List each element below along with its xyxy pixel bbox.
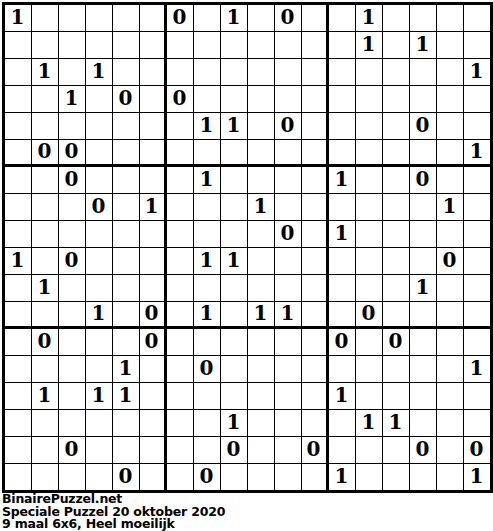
cell-r7c4[interactable] <box>86 167 112 193</box>
cell-r12c17[interactable] <box>437 302 463 328</box>
cell-r13c3[interactable] <box>59 329 85 355</box>
cell-r11c11[interactable] <box>275 275 301 301</box>
cell-r8c6-given-1: 1 <box>140 194 166 220</box>
cell-r6c6[interactable] <box>140 140 166 166</box>
cell-r14c13[interactable] <box>329 356 355 382</box>
cell-r11c7[interactable] <box>167 275 193 301</box>
cell-r2c4[interactable] <box>86 32 112 58</box>
cell-r16c2[interactable] <box>32 410 58 436</box>
cell-r11c12[interactable] <box>302 275 328 301</box>
cell-r16c8[interactable] <box>194 410 220 436</box>
cell-r7c1[interactable] <box>5 167 31 193</box>
cell-r7c2[interactable] <box>32 167 58 193</box>
cell-r8c10-given-1: 1 <box>248 194 274 220</box>
cell-r4c12[interactable] <box>302 86 328 112</box>
cell-r12c5[interactable] <box>113 302 139 328</box>
cell-r11c10[interactable] <box>248 275 274 301</box>
cell-r1c16[interactable] <box>410 5 436 31</box>
cell-r15c16[interactable] <box>410 383 436 409</box>
cell-r12c15[interactable] <box>383 302 409 328</box>
cell-r18c9[interactable] <box>221 464 247 490</box>
cell-r5c14[interactable] <box>356 113 382 139</box>
cell-r12c4-given-1: 1 <box>86 302 112 328</box>
cell-r8c7[interactable] <box>167 194 193 220</box>
cell-r5c16-given-0: 0 <box>410 113 436 139</box>
cell-r3c14[interactable] <box>356 59 382 85</box>
cell-r17c15[interactable] <box>383 437 409 463</box>
cell-r9c6[interactable] <box>140 221 166 247</box>
cell-r15c10[interactable] <box>248 383 274 409</box>
cell-r15c17[interactable] <box>437 383 463 409</box>
cell-r3c17[interactable] <box>437 59 463 85</box>
cell-r1c3[interactable] <box>59 5 85 31</box>
cell-r17c14[interactable] <box>356 437 382 463</box>
cell-r9c11-given-0: 0 <box>275 221 301 247</box>
cell-r15c2-given-1: 1 <box>32 383 58 409</box>
cell-r16c4[interactable] <box>86 410 112 436</box>
cell-r17c2[interactable] <box>32 437 58 463</box>
cell-r1c12[interactable] <box>302 5 328 31</box>
cell-r3c12[interactable] <box>302 59 328 85</box>
cell-r12c1[interactable] <box>5 302 31 328</box>
cell-r15c1[interactable] <box>5 383 31 409</box>
cell-r1c15[interactable] <box>383 5 409 31</box>
cell-r8c2[interactable] <box>32 194 58 220</box>
cell-r11c15[interactable] <box>383 275 409 301</box>
cell-r14c4[interactable] <box>86 356 112 382</box>
cell-r14c3[interactable] <box>59 356 85 382</box>
cell-r10c9-given-1: 1 <box>221 248 247 274</box>
cell-r12c12[interactable] <box>302 302 328 328</box>
cell-r7c15[interactable] <box>383 167 409 193</box>
cell-r13c1[interactable] <box>5 329 31 355</box>
cell-r15c5-given-1: 1 <box>113 383 139 409</box>
cell-r5c17[interactable] <box>437 113 463 139</box>
cell-r18c14[interactable] <box>356 464 382 490</box>
cell-r2c11[interactable] <box>275 32 301 58</box>
cell-r2c14-given-1: 1 <box>356 32 382 58</box>
cell-r17c13[interactable] <box>329 437 355 463</box>
cell-r3c7[interactable] <box>167 59 193 85</box>
cell-r2c2[interactable] <box>32 32 58 58</box>
cell-r14c17[interactable] <box>437 356 463 382</box>
cell-r12c9[interactable] <box>221 302 247 328</box>
cell-r1c1-given-1: 1 <box>5 5 31 31</box>
cell-r2c3[interactable] <box>59 32 85 58</box>
cell-r18c10[interactable] <box>248 464 274 490</box>
cell-r7c6[interactable] <box>140 167 166 193</box>
cell-r14c6[interactable] <box>140 356 166 382</box>
cell-r12c18[interactable] <box>464 302 490 328</box>
cell-r17c5[interactable] <box>113 437 139 463</box>
cell-r6c9[interactable] <box>221 140 247 166</box>
cell-r4c9[interactable] <box>221 86 247 112</box>
cell-r17c10[interactable] <box>248 437 274 463</box>
cell-r15c14[interactable] <box>356 383 382 409</box>
cell-r5c3[interactable] <box>59 113 85 139</box>
cell-r8c17-given-1: 1 <box>437 194 463 220</box>
cell-r6c1[interactable] <box>5 140 31 166</box>
cell-r8c1[interactable] <box>5 194 31 220</box>
cell-r11c17[interactable] <box>437 275 463 301</box>
cell-r9c13-given-1: 1 <box>329 221 355 247</box>
cell-r15c18[interactable] <box>464 383 490 409</box>
cell-r16c11[interactable] <box>275 410 301 436</box>
cell-r15c13-given-1: 1 <box>329 383 355 409</box>
cell-r18c1[interactable] <box>5 464 31 490</box>
cell-r13c14[interactable] <box>356 329 382 355</box>
cell-r2c15[interactable] <box>383 32 409 58</box>
cell-r15c11[interactable] <box>275 383 301 409</box>
cell-r4c13[interactable] <box>329 86 355 112</box>
cell-r3c1[interactable] <box>5 59 31 85</box>
cell-r4c7-given-0: 0 <box>167 86 193 112</box>
cell-r17c3-given-0: 0 <box>59 437 85 463</box>
cell-r2c8[interactable] <box>194 32 220 58</box>
cell-r3c4-given-1: 1 <box>86 59 112 85</box>
cell-r6c12[interactable] <box>302 140 328 166</box>
cell-r10c5[interactable] <box>113 248 139 274</box>
cell-r5c6[interactable] <box>140 113 166 139</box>
cell-r17c9-given-0: 0 <box>221 437 247 463</box>
cell-r9c12[interactable] <box>302 221 328 247</box>
cell-r11c18[interactable] <box>464 275 490 301</box>
cell-r10c3-given-0: 0 <box>59 248 85 274</box>
cell-r17c8[interactable] <box>194 437 220 463</box>
cell-r13c7[interactable] <box>167 329 193 355</box>
cell-r9c10[interactable] <box>248 221 274 247</box>
cell-r4c5-given-0: 0 <box>113 86 139 112</box>
cell-r9c1[interactable] <box>5 221 31 247</box>
cell-r18c4[interactable] <box>86 464 112 490</box>
cell-r12c2[interactable] <box>32 302 58 328</box>
cell-r18c17[interactable] <box>437 464 463 490</box>
cell-r9c8[interactable] <box>194 221 220 247</box>
cell-r2c1[interactable] <box>5 32 31 58</box>
cell-r5c15[interactable] <box>383 113 409 139</box>
cell-r13c17[interactable] <box>437 329 463 355</box>
cell-r13c11[interactable] <box>275 329 301 355</box>
cell-r1c8[interactable] <box>194 5 220 31</box>
cell-r4c16[interactable] <box>410 86 436 112</box>
cell-r5c5[interactable] <box>113 113 139 139</box>
cell-r14c12[interactable] <box>302 356 328 382</box>
cell-r2c10[interactable] <box>248 32 274 58</box>
cell-r5c2[interactable] <box>32 113 58 139</box>
cell-r3c11[interactable] <box>275 59 301 85</box>
cell-r14c15[interactable] <box>383 356 409 382</box>
puzzle-page: 1010111111100110000101100111011011011101… <box>0 0 493 531</box>
cell-r2c13[interactable] <box>329 32 355 58</box>
puzzle-board: 1010111111100110000101100111011011011101… <box>2 2 493 493</box>
cell-r8c8[interactable] <box>194 194 220 220</box>
cell-r18c12[interactable] <box>302 464 328 490</box>
cell-r3c8[interactable] <box>194 59 220 85</box>
cell-r15c8[interactable] <box>194 383 220 409</box>
cell-r17c18-given-0: 0 <box>464 437 490 463</box>
cell-r3c13[interactable] <box>329 59 355 85</box>
cell-r7c17[interactable] <box>437 167 463 193</box>
cell-r12c10-given-1: 1 <box>248 302 274 328</box>
cell-r3c6[interactable] <box>140 59 166 85</box>
cell-r18c15[interactable] <box>383 464 409 490</box>
cell-r2c16-given-1: 1 <box>410 32 436 58</box>
cell-r8c15[interactable] <box>383 194 409 220</box>
cell-r9c15[interactable] <box>383 221 409 247</box>
cell-r6c14[interactable] <box>356 140 382 166</box>
cell-r3c3[interactable] <box>59 59 85 85</box>
cell-r8c9[interactable] <box>221 194 247 220</box>
cell-r8c13[interactable] <box>329 194 355 220</box>
cell-r4c14[interactable] <box>356 86 382 112</box>
cell-r6c4[interactable] <box>86 140 112 166</box>
cell-r6c16[interactable] <box>410 140 436 166</box>
cell-r4c3-given-1: 1 <box>59 86 85 112</box>
cell-r7c12[interactable] <box>302 167 328 193</box>
cell-r11c3[interactable] <box>59 275 85 301</box>
cell-r11c9[interactable] <box>221 275 247 301</box>
cell-r7c5[interactable] <box>113 167 139 193</box>
cell-r6c17[interactable] <box>437 140 463 166</box>
cell-r16c3[interactable] <box>59 410 85 436</box>
cell-r12c6-given-0: 0 <box>140 302 166 328</box>
cell-r1c18[interactable] <box>464 5 490 31</box>
cell-r15c3[interactable] <box>59 383 85 409</box>
cell-r9c9[interactable] <box>221 221 247 247</box>
cell-r16c13[interactable] <box>329 410 355 436</box>
cell-r18c7[interactable] <box>167 464 193 490</box>
cell-r7c10[interactable] <box>248 167 274 193</box>
cell-r16c7[interactable] <box>167 410 193 436</box>
cell-r16c6[interactable] <box>140 410 166 436</box>
cell-r4c1[interactable] <box>5 86 31 112</box>
cell-r16c16[interactable] <box>410 410 436 436</box>
cell-r18c16[interactable] <box>410 464 436 490</box>
cell-r10c12[interactable] <box>302 248 328 274</box>
cell-r6c11[interactable] <box>275 140 301 166</box>
cell-r6c3-given-0: 0 <box>59 140 85 166</box>
cell-r17c7[interactable] <box>167 437 193 463</box>
cell-r5c18[interactable] <box>464 113 490 139</box>
cell-r12c3[interactable] <box>59 302 85 328</box>
cell-r4c6[interactable] <box>140 86 166 112</box>
cell-r9c3[interactable] <box>59 221 85 247</box>
cell-r5c13[interactable] <box>329 113 355 139</box>
cell-r1c10[interactable] <box>248 5 274 31</box>
cell-r17c4[interactable] <box>86 437 112 463</box>
cell-r5c8-given-1: 1 <box>194 113 220 139</box>
cell-r14c1[interactable] <box>5 356 31 382</box>
cell-r12c8-given-1: 1 <box>194 302 220 328</box>
cell-r13c5[interactable] <box>113 329 139 355</box>
cell-r11c4[interactable] <box>86 275 112 301</box>
cell-r14c11[interactable] <box>275 356 301 382</box>
cell-r2c5[interactable] <box>113 32 139 58</box>
cell-r6c18-given-1: 1 <box>464 140 490 166</box>
cell-r11c16-given-1: 1 <box>410 275 436 301</box>
cell-r1c2[interactable] <box>32 5 58 31</box>
cell-r11c1[interactable] <box>5 275 31 301</box>
cell-r9c5[interactable] <box>113 221 139 247</box>
cell-r7c11[interactable] <box>275 167 301 193</box>
cell-r15c6[interactable] <box>140 383 166 409</box>
cell-r8c12[interactable] <box>302 194 328 220</box>
cell-r4c10[interactable] <box>248 86 274 112</box>
cell-r1c13[interactable] <box>329 5 355 31</box>
cell-r10c10[interactable] <box>248 248 274 274</box>
cell-r4c11[interactable] <box>275 86 301 112</box>
cell-r3c10[interactable] <box>248 59 274 85</box>
cell-r16c18[interactable] <box>464 410 490 436</box>
cell-r15c12[interactable] <box>302 383 328 409</box>
cell-r6c10[interactable] <box>248 140 274 166</box>
cell-r9c14[interactable] <box>356 221 382 247</box>
cell-r10c13[interactable] <box>329 248 355 274</box>
cell-r11c6[interactable] <box>140 275 166 301</box>
cell-r2c17[interactable] <box>437 32 463 58</box>
cell-r18c8-given-0: 0 <box>194 464 220 490</box>
cell-r8c3[interactable] <box>59 194 85 220</box>
cell-r11c13[interactable] <box>329 275 355 301</box>
cell-r11c8[interactable] <box>194 275 220 301</box>
cell-r2c12[interactable] <box>302 32 328 58</box>
cell-r5c12[interactable] <box>302 113 328 139</box>
cell-r18c18-given-1: 1 <box>464 464 490 490</box>
cell-r13c4[interactable] <box>86 329 112 355</box>
cell-r18c11[interactable] <box>275 464 301 490</box>
cell-r18c3[interactable] <box>59 464 85 490</box>
cell-r4c4[interactable] <box>86 86 112 112</box>
cell-r2c6[interactable] <box>140 32 166 58</box>
cell-r14c5-given-1: 1 <box>113 356 139 382</box>
cell-r2c9[interactable] <box>221 32 247 58</box>
cell-r13c2-given-0: 0 <box>32 329 58 355</box>
cell-r14c16[interactable] <box>410 356 436 382</box>
cell-r8c18[interactable] <box>464 194 490 220</box>
cell-r15c15[interactable] <box>383 383 409 409</box>
cell-r18c5-given-0: 0 <box>113 464 139 490</box>
cell-r10c6[interactable] <box>140 248 166 274</box>
cell-r10c15[interactable] <box>383 248 409 274</box>
cell-r8c14[interactable] <box>356 194 382 220</box>
cell-r6c15[interactable] <box>383 140 409 166</box>
cell-r9c2[interactable] <box>32 221 58 247</box>
cell-r16c12[interactable] <box>302 410 328 436</box>
cell-r7c18[interactable] <box>464 167 490 193</box>
cell-r9c18[interactable] <box>464 221 490 247</box>
cell-r8c16[interactable] <box>410 194 436 220</box>
cell-r11c2-given-1: 1 <box>32 275 58 301</box>
cell-r16c10[interactable] <box>248 410 274 436</box>
cell-r14c10[interactable] <box>248 356 274 382</box>
cell-r18c6[interactable] <box>140 464 166 490</box>
cell-r5c1[interactable] <box>5 113 31 139</box>
cell-r1c4[interactable] <box>86 5 112 31</box>
cell-r11c14[interactable] <box>356 275 382 301</box>
cell-r3c15[interactable] <box>383 59 409 85</box>
cell-r9c7[interactable] <box>167 221 193 247</box>
cell-r9c16[interactable] <box>410 221 436 247</box>
cell-r3c9[interactable] <box>221 59 247 85</box>
cell-r10c14[interactable] <box>356 248 382 274</box>
cell-r6c7[interactable] <box>167 140 193 166</box>
cell-r1c17[interactable] <box>437 5 463 31</box>
cell-r13c9[interactable] <box>221 329 247 355</box>
cell-r13c16[interactable] <box>410 329 436 355</box>
cell-r17c6[interactable] <box>140 437 166 463</box>
cell-r4c15[interactable] <box>383 86 409 112</box>
cell-r2c18[interactable] <box>464 32 490 58</box>
cell-r12c11-given-1: 1 <box>275 302 301 328</box>
cell-r5c7[interactable] <box>167 113 193 139</box>
cell-r13c12[interactable] <box>302 329 328 355</box>
cell-r4c17[interactable] <box>437 86 463 112</box>
cell-r7c14[interactable] <box>356 167 382 193</box>
cell-r3c16[interactable] <box>410 59 436 85</box>
cell-r10c11[interactable] <box>275 248 301 274</box>
cell-r10c18[interactable] <box>464 248 490 274</box>
cell-r5c4[interactable] <box>86 113 112 139</box>
cell-r17c11[interactable] <box>275 437 301 463</box>
cell-r16c1[interactable] <box>5 410 31 436</box>
cell-r10c2[interactable] <box>32 248 58 274</box>
cell-r5c9-given-1: 1 <box>221 113 247 139</box>
cell-r16c5[interactable] <box>113 410 139 436</box>
cell-r1c6[interactable] <box>140 5 166 31</box>
cell-r14c9[interactable] <box>221 356 247 382</box>
cell-r13c13-given-0: 0 <box>329 329 355 355</box>
cell-r3c2-given-1: 1 <box>32 59 58 85</box>
cell-r13c8[interactable] <box>194 329 220 355</box>
cell-r4c18[interactable] <box>464 86 490 112</box>
cell-r6c13[interactable] <box>329 140 355 166</box>
cell-r14c7[interactable] <box>167 356 193 382</box>
cell-r15c7[interactable] <box>167 383 193 409</box>
cell-r9c4[interactable] <box>86 221 112 247</box>
cell-r6c2-given-0: 0 <box>32 140 58 166</box>
cell-r10c16[interactable] <box>410 248 436 274</box>
cell-r6c5[interactable] <box>113 140 139 166</box>
cell-r17c17[interactable] <box>437 437 463 463</box>
cell-r15c9[interactable] <box>221 383 247 409</box>
cell-r12c13[interactable] <box>329 302 355 328</box>
cell-r4c2[interactable] <box>32 86 58 112</box>
cell-r7c9[interactable] <box>221 167 247 193</box>
cell-r12c7[interactable] <box>167 302 193 328</box>
cell-r10c4[interactable] <box>86 248 112 274</box>
cell-r6c8[interactable] <box>194 140 220 166</box>
cell-r3c5[interactable] <box>113 59 139 85</box>
cell-r14c14[interactable] <box>356 356 382 382</box>
cell-r1c5[interactable] <box>113 5 139 31</box>
cell-r13c10[interactable] <box>248 329 274 355</box>
cell-r7c7[interactable] <box>167 167 193 193</box>
cell-r8c11[interactable] <box>275 194 301 220</box>
cell-r17c1[interactable] <box>5 437 31 463</box>
cell-r14c2[interactable] <box>32 356 58 382</box>
cell-r18c2[interactable] <box>32 464 58 490</box>
cell-r4c8[interactable] <box>194 86 220 112</box>
cell-r11c5[interactable] <box>113 275 139 301</box>
cell-r13c18[interactable] <box>464 329 490 355</box>
cell-r10c7[interactable] <box>167 248 193 274</box>
cell-r8c5[interactable] <box>113 194 139 220</box>
cell-r5c10[interactable] <box>248 113 274 139</box>
cell-r16c17[interactable] <box>437 410 463 436</box>
cell-r12c16[interactable] <box>410 302 436 328</box>
cell-r9c17[interactable] <box>437 221 463 247</box>
cell-r2c7[interactable] <box>167 32 193 58</box>
